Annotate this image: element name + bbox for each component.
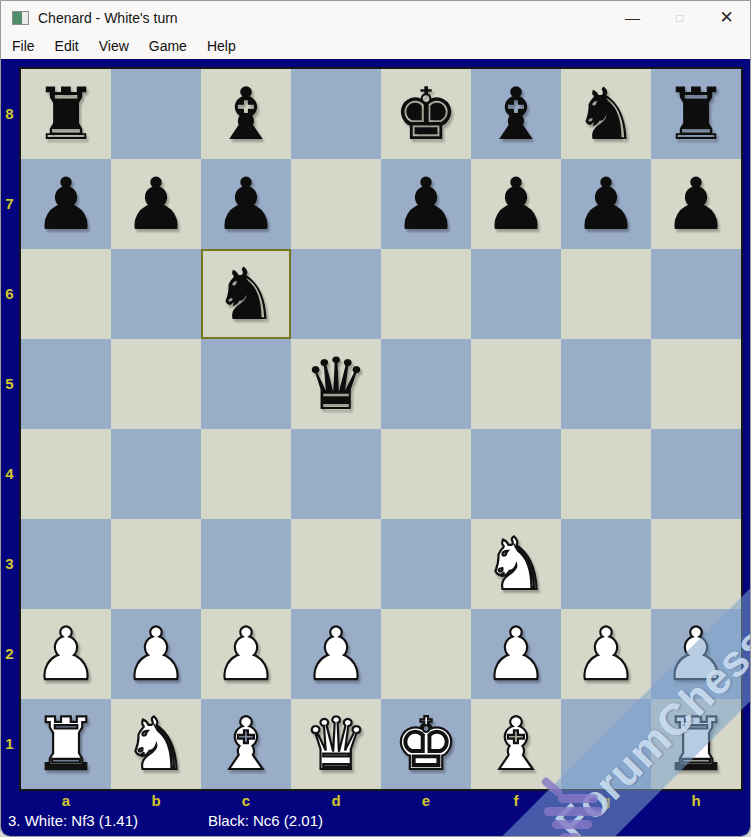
window-title: Chenard - White's turn	[38, 10, 178, 26]
square-c8[interactable]: ♝	[201, 69, 291, 159]
square-g6[interactable]	[561, 249, 651, 339]
square-e2[interactable]	[381, 609, 471, 699]
square-h3[interactable]	[651, 519, 741, 609]
square-h4[interactable]	[651, 429, 741, 519]
black-pawn: ♟	[394, 159, 459, 249]
square-g2[interactable]: ♟	[561, 609, 651, 699]
square-e7[interactable]: ♟	[381, 159, 471, 249]
white-queen: ♛	[304, 699, 369, 789]
file-label-e: e	[381, 792, 471, 809]
app-window: Chenard - White's turn — □ ✕ FileEditVie…	[0, 0, 751, 837]
black-rook: ♜	[664, 69, 729, 159]
window-controls: — □ ✕	[609, 1, 750, 34]
square-h5[interactable]	[651, 339, 741, 429]
square-h7[interactable]: ♟	[651, 159, 741, 249]
board-frame: ♜♝♚♝♞♜♟♟♟♟♟♟♟♞♛♞♟♟♟♟♟♟♟♜♞♝♛♚♝♜ 87654321 …	[1, 59, 750, 836]
black-pawn: ♟	[124, 159, 189, 249]
square-d1[interactable]: ♛	[291, 699, 381, 789]
square-d3[interactable]	[291, 519, 381, 609]
menu-item-help[interactable]: Help	[197, 36, 246, 58]
rank-label-7: 7	[1, 159, 18, 249]
black-bishop: ♝	[484, 69, 549, 159]
rank-label-1: 1	[1, 699, 18, 789]
square-c2[interactable]: ♟	[201, 609, 291, 699]
file-label-a: a	[21, 792, 111, 809]
square-c6[interactable]: ♞	[201, 249, 291, 339]
square-g7[interactable]: ♟	[561, 159, 651, 249]
square-d6[interactable]	[291, 249, 381, 339]
maximize-button[interactable]: □	[656, 1, 703, 34]
square-e3[interactable]	[381, 519, 471, 609]
menu-item-view[interactable]: View	[89, 36, 139, 58]
chess-board: ♜♝♚♝♞♜♟♟♟♟♟♟♟♞♛♞♟♟♟♟♟♟♟♜♞♝♛♚♝♜	[19, 67, 743, 791]
square-h2[interactable]: ♟	[651, 609, 741, 699]
square-g8[interactable]: ♞	[561, 69, 651, 159]
black-queen: ♛	[304, 339, 369, 429]
square-a6[interactable]	[21, 249, 111, 339]
white-pawn: ♟	[484, 609, 549, 699]
rank-label-3: 3	[1, 519, 18, 609]
black-pawn: ♟	[574, 159, 639, 249]
file-label-c: c	[201, 792, 291, 809]
black-rook: ♜	[34, 69, 99, 159]
square-a2[interactable]: ♟	[21, 609, 111, 699]
square-a1[interactable]: ♜	[21, 699, 111, 789]
menu-bar: FileEditViewGameHelp	[1, 34, 750, 59]
square-c1[interactable]: ♝	[201, 699, 291, 789]
white-knight: ♞	[484, 519, 549, 609]
black-king: ♚	[394, 69, 459, 159]
square-f3[interactable]: ♞	[471, 519, 561, 609]
rank-label-6: 6	[1, 249, 18, 339]
square-f8[interactable]: ♝	[471, 69, 561, 159]
black-bishop: ♝	[214, 69, 279, 159]
square-d4[interactable]	[291, 429, 381, 519]
white-pawn: ♟	[574, 609, 639, 699]
square-e5[interactable]	[381, 339, 471, 429]
file-label-h: h	[651, 792, 741, 809]
menu-item-game[interactable]: Game	[139, 36, 197, 58]
square-d7[interactable]	[291, 159, 381, 249]
black-pawn: ♟	[484, 159, 549, 249]
minimize-button[interactable]: —	[609, 1, 656, 34]
square-g3[interactable]	[561, 519, 651, 609]
square-e1[interactable]: ♚	[381, 699, 471, 789]
square-a4[interactable]	[21, 429, 111, 519]
white-king: ♚	[394, 699, 459, 789]
square-h8[interactable]: ♜	[651, 69, 741, 159]
square-f7[interactable]: ♟	[471, 159, 561, 249]
square-g4[interactable]	[561, 429, 651, 519]
file-label-g: g	[561, 792, 651, 809]
file-label-d: d	[291, 792, 381, 809]
title-bar: Chenard - White's turn — □ ✕	[1, 1, 750, 34]
black-pawn: ♟	[214, 159, 279, 249]
square-b8[interactable]	[111, 69, 201, 159]
square-f6[interactable]	[471, 249, 561, 339]
square-g5[interactable]	[561, 339, 651, 429]
square-c7[interactable]: ♟	[201, 159, 291, 249]
menu-item-file[interactable]: File	[2, 36, 45, 58]
status-black-move: Black: Nc6 (2.01)	[208, 812, 323, 829]
white-pawn: ♟	[124, 609, 189, 699]
rank-label-8: 8	[1, 69, 18, 159]
file-label-f: f	[471, 792, 561, 809]
square-a8[interactable]: ♜	[21, 69, 111, 159]
square-d8[interactable]	[291, 69, 381, 159]
close-button[interactable]: ✕	[703, 1, 750, 34]
square-h1[interactable]: ♜	[651, 699, 741, 789]
square-f1[interactable]: ♝	[471, 699, 561, 789]
menu-item-edit[interactable]: Edit	[45, 36, 89, 58]
square-f5[interactable]	[471, 339, 561, 429]
square-e6[interactable]	[381, 249, 471, 339]
square-b4[interactable]	[111, 429, 201, 519]
square-a7[interactable]: ♟	[21, 159, 111, 249]
square-b5[interactable]	[111, 339, 201, 429]
square-a3[interactable]	[21, 519, 111, 609]
app-icon	[12, 11, 29, 25]
white-pawn: ♟	[304, 609, 369, 699]
white-pawn: ♟	[34, 609, 99, 699]
white-bishop: ♝	[484, 699, 549, 789]
square-b1[interactable]: ♞	[111, 699, 201, 789]
black-knight: ♞	[574, 69, 639, 159]
white-pawn: ♟	[214, 609, 279, 699]
square-b6[interactable]	[111, 249, 201, 339]
file-label-b: b	[111, 792, 201, 809]
square-c3[interactable]	[201, 519, 291, 609]
square-e8[interactable]: ♚	[381, 69, 471, 159]
square-f2[interactable]: ♟	[471, 609, 561, 699]
square-g1[interactable]	[561, 699, 651, 789]
white-pawn: ♟	[664, 609, 729, 699]
square-d2[interactable]: ♟	[291, 609, 381, 699]
square-a5[interactable]	[21, 339, 111, 429]
rank-label-2: 2	[1, 609, 18, 699]
square-b7[interactable]: ♟	[111, 159, 201, 249]
black-knight: ♞	[214, 249, 279, 339]
square-d5[interactable]: ♛	[291, 339, 381, 429]
white-rook: ♜	[664, 699, 729, 789]
black-pawn: ♟	[34, 159, 99, 249]
square-c4[interactable]	[201, 429, 291, 519]
rank-label-5: 5	[1, 339, 18, 429]
square-e4[interactable]	[381, 429, 471, 519]
square-h6[interactable]	[651, 249, 741, 339]
white-rook: ♜	[34, 699, 99, 789]
square-c5[interactable]	[201, 339, 291, 429]
rank-label-4: 4	[1, 429, 18, 519]
black-pawn: ♟	[664, 159, 729, 249]
square-b2[interactable]: ♟	[111, 609, 201, 699]
square-b3[interactable]	[111, 519, 201, 609]
status-white-move: 3. White: Nf3 (1.41)	[8, 812, 138, 829]
square-f4[interactable]	[471, 429, 561, 519]
white-knight: ♞	[124, 699, 189, 789]
white-bishop: ♝	[214, 699, 279, 789]
